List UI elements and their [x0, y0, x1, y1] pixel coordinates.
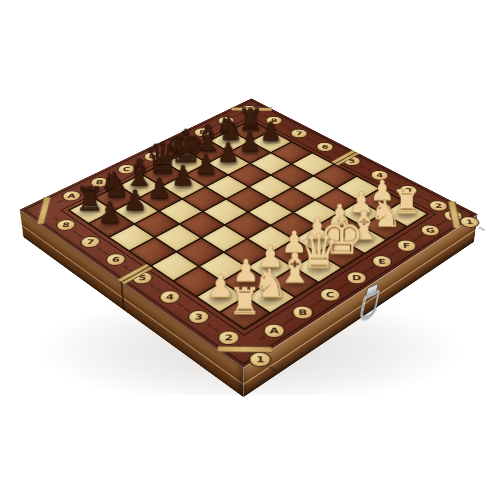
- scroll-ornament: ∾: [241, 347, 255, 356]
- scroll-ornament: ∾: [93, 245, 105, 252]
- rank-label-4: 4: [158, 291, 180, 304]
- scroll-ornament: ∾: [438, 218, 450, 225]
- square-c4: [202, 226, 245, 252]
- file-label-F: F: [395, 239, 417, 251]
- rank-label-7: 7: [79, 236, 101, 248]
- rank-label-3: 3: [187, 310, 209, 324]
- scroll-ornament: ∾: [433, 221, 445, 228]
- file-label-F: F: [193, 128, 211, 137]
- rank-label-2: 2: [428, 201, 449, 212]
- scroll-ornament: ∾: [233, 342, 247, 351]
- file-label-D: D: [143, 152, 162, 162]
- scroll-ornament: ∾: [360, 267, 373, 275]
- rank-label-6: 6: [104, 254, 126, 266]
- product-photo-chess-set: ∾A∾∾B∾∾C∾∾D∾∾E∾∾F∾∾G∾∾H∾ ∾A∾∾B∾∾C∾∾D∾∾E∾…: [0, 0, 500, 500]
- scroll-ornament: ∾: [365, 264, 378, 272]
- file-label-A: A: [263, 324, 285, 338]
- file-label-B: B: [89, 177, 109, 187]
- scroll-ornament: ∾: [180, 305, 193, 313]
- scroll-ornament: ∾: [146, 281, 159, 289]
- scroll-ornament: ∾: [119, 263, 132, 271]
- file-label-B: B: [291, 305, 313, 319]
- file-label-C: C: [319, 288, 341, 301]
- square-b6: [135, 212, 178, 237]
- corner-inlay: [218, 346, 272, 353]
- scroll-ornament: ∾: [174, 301, 187, 309]
- rank-label-4: 4: [370, 170, 390, 180]
- scroll-ornament: ∾: [415, 233, 427, 240]
- scroll-ornament: ∾: [99, 249, 111, 256]
- square-b4: [178, 239, 222, 265]
- scroll-ornament: ∾: [284, 315, 297, 324]
- scroll-ornament: ∾: [334, 284, 347, 292]
- rank-label-6: 6: [316, 142, 334, 151]
- file-label-E: E: [371, 255, 393, 267]
- scroll-ornament: ∾: [74, 232, 86, 239]
- scroll-ornament: ∾: [203, 321, 216, 330]
- scroll-ornament: ∾: [210, 326, 223, 335]
- black-pawn-glyph: ♟: [97, 199, 122, 227]
- scroll-ornament: ∾: [390, 248, 402, 255]
- file-label-G: G: [217, 116, 234, 125]
- scroll-ornament: ∾: [312, 298, 325, 306]
- square-a4: [152, 253, 197, 280]
- scroll-ornament: ∾: [451, 213, 463, 220]
- scroll-ornament: ∾: [410, 236, 422, 243]
- corner-inlay: [231, 107, 271, 111]
- file-label-D: D: [345, 271, 367, 284]
- file-label-A: A: [60, 191, 81, 202]
- square-c5: [181, 212, 224, 237]
- scroll-ornament: ∾: [307, 301, 320, 309]
- white-rook-glyph: ♜: [228, 282, 261, 319]
- rank-label-8: 8: [265, 116, 282, 125]
- file-label-E: E: [168, 139, 187, 148]
- square-a6: [110, 225, 153, 251]
- seam-inlay: [118, 263, 154, 284]
- corner-inlay: [36, 197, 51, 223]
- scroll-ornament: ∾: [125, 267, 138, 275]
- scroll-ornament: ∾: [152, 286, 165, 294]
- scroll-ornament: ∾: [278, 319, 291, 328]
- fold-seam-side: [120, 281, 124, 311]
- square-b5: [156, 225, 199, 251]
- scroll-ornament: ∾: [476, 225, 488, 232]
- scroll-ornament: ∾: [69, 228, 81, 235]
- rank-label-5: 5: [131, 272, 153, 285]
- scroll-ornament: ∾: [339, 280, 352, 288]
- scroll-ornament: ∾: [385, 251, 397, 258]
- square-d4: [226, 213, 269, 238]
- rank-label-7: 7: [290, 129, 308, 138]
- rank-label-8: 8: [54, 220, 76, 231]
- rank-label-2: 2: [217, 331, 240, 346]
- file-label-G: G: [419, 224, 441, 236]
- square-a5: [131, 238, 175, 264]
- scroll-ornament: ∾: [50, 215, 62, 222]
- scroll-ornament: ∾: [255, 334, 268, 343]
- file-label-C: C: [116, 164, 136, 174]
